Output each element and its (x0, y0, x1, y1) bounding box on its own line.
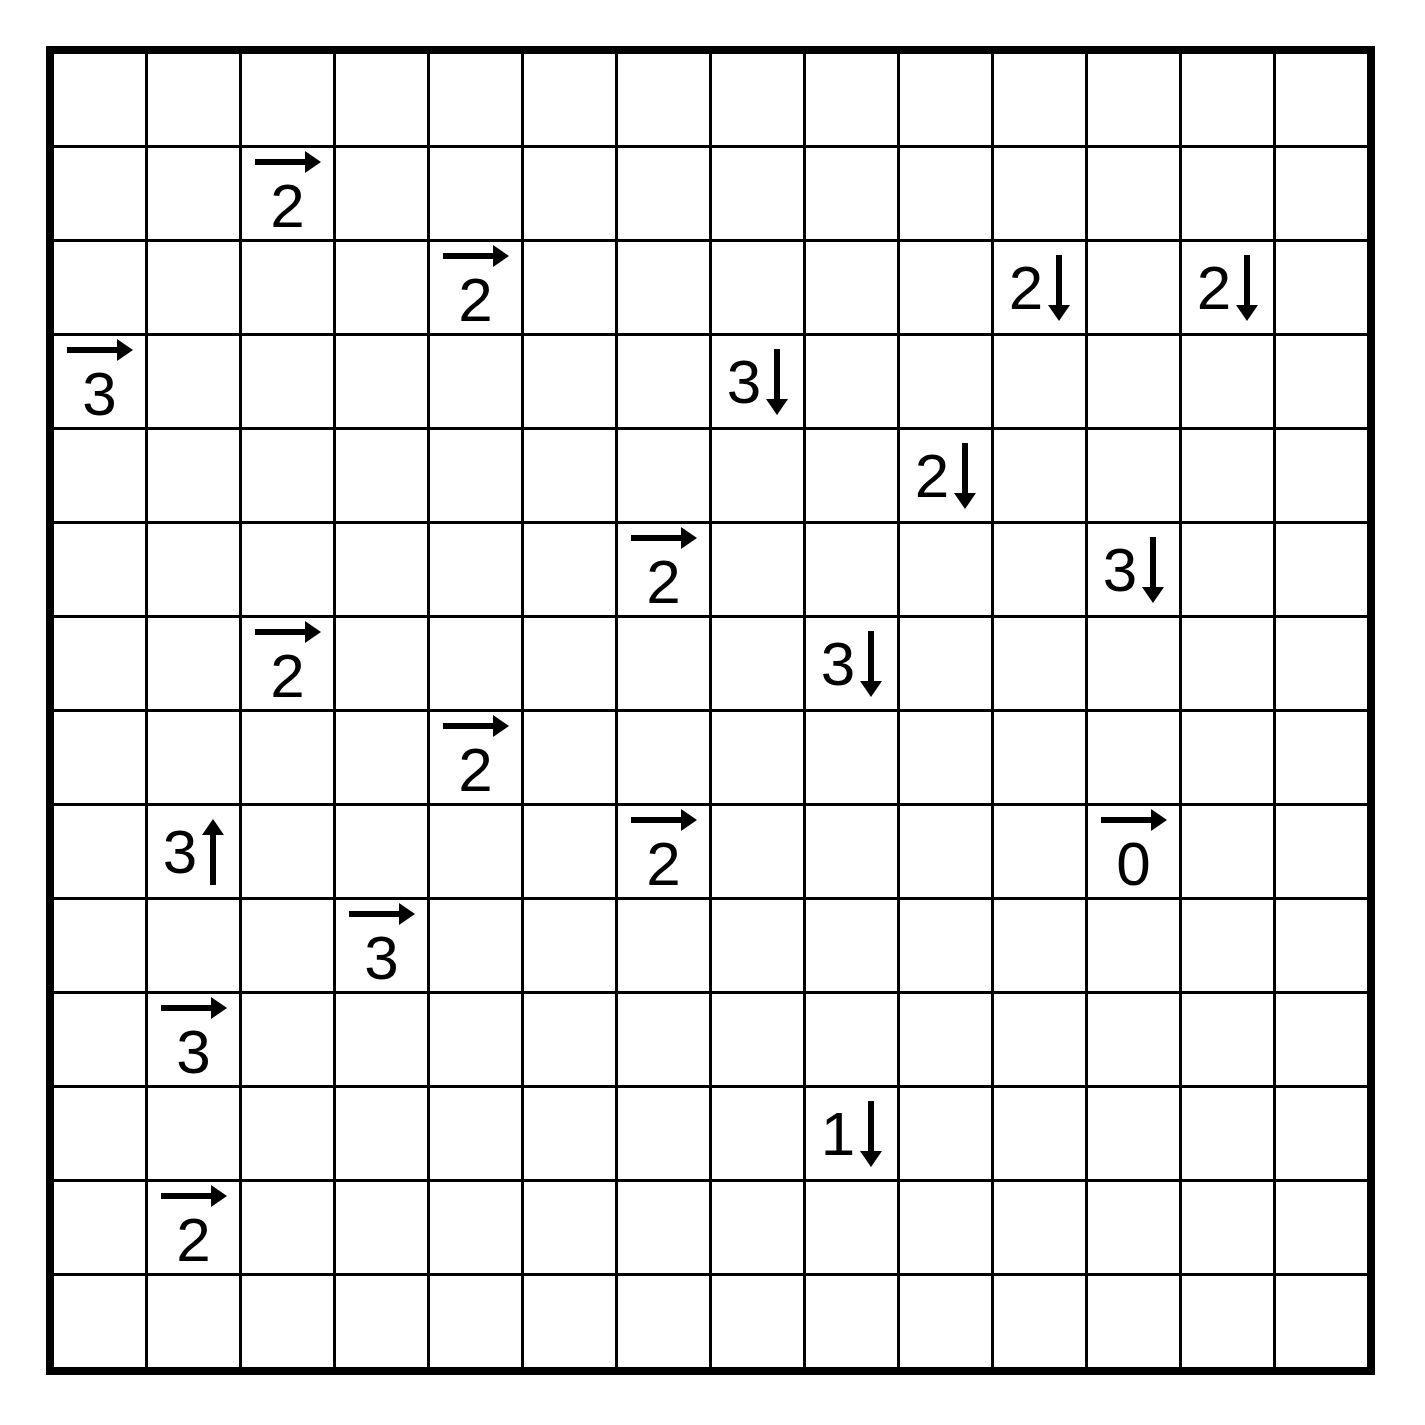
grid-cell[interactable] (54, 242, 145, 333)
grid-cell[interactable] (1182, 1276, 1273, 1367)
clue-number: 2 (915, 445, 949, 507)
grid-cell[interactable] (524, 618, 615, 709)
grid-cell[interactable] (900, 618, 991, 709)
clue-number: 3 (1103, 539, 1137, 601)
grid-cell[interactable] (336, 524, 427, 615)
clue-number: 2 (458, 739, 492, 801)
clue-number: 3 (727, 351, 761, 413)
grid-cell[interactable] (618, 618, 709, 709)
grid-cell[interactable] (900, 1276, 991, 1367)
grid-cell[interactable] (994, 712, 1085, 803)
grid-cell[interactable] (900, 336, 991, 427)
clue-number: 2 (1009, 257, 1043, 319)
grid-cell[interactable] (1276, 712, 1367, 803)
clue-number: 3 (364, 927, 398, 989)
grid-cell[interactable] (712, 242, 803, 333)
clue-cell: 2 (900, 430, 991, 521)
clue-cell: 2 (994, 242, 1085, 333)
grid-cell[interactable] (524, 54, 615, 145)
grid-cell[interactable] (242, 1276, 333, 1367)
grid-cell[interactable] (1276, 336, 1367, 427)
grid-cell[interactable] (712, 806, 803, 897)
clue-cell: 3 (806, 618, 897, 709)
clue-number: 1 (821, 1103, 855, 1165)
grid-cell[interactable] (524, 430, 615, 521)
grid-cell[interactable] (712, 1088, 803, 1179)
page: 2222332232323203312 (0, 0, 1425, 1425)
down-arrow-icon (860, 631, 882, 697)
grid-cell[interactable] (148, 1276, 239, 1367)
right-arrow-icon (255, 151, 321, 173)
grid-cell[interactable] (336, 618, 427, 709)
grid-cell[interactable] (618, 242, 709, 333)
grid-cell[interactable] (148, 618, 239, 709)
grid-cell[interactable] (806, 806, 897, 897)
right-arrow-icon (349, 903, 415, 925)
grid-cell[interactable] (524, 712, 615, 803)
grid-cell[interactable] (1276, 148, 1367, 239)
grid-cell[interactable] (618, 1276, 709, 1367)
grid-cell[interactable] (430, 618, 521, 709)
grid-cell[interactable] (54, 900, 145, 991)
grid-cell[interactable] (994, 54, 1085, 145)
right-arrow-icon (255, 621, 321, 643)
right-arrow-icon (161, 997, 227, 1019)
grid-cell[interactable] (524, 1088, 615, 1179)
grid-cell[interactable] (54, 618, 145, 709)
grid-cell[interactable] (430, 336, 521, 427)
right-arrow-icon (443, 245, 509, 267)
clue-cell: 2 (618, 524, 709, 615)
clue-number: 2 (646, 833, 680, 895)
clue-cell: 3 (712, 336, 803, 427)
grid-cell[interactable] (430, 1276, 521, 1367)
grid-cell[interactable] (994, 1276, 1085, 1367)
grid-cell[interactable] (1182, 994, 1273, 1085)
clue-number: 2 (270, 175, 304, 237)
grid-cell[interactable] (1088, 242, 1179, 333)
grid-cell[interactable] (524, 806, 615, 897)
grid-cell[interactable] (524, 1182, 615, 1273)
grid-cell[interactable] (806, 994, 897, 1085)
grid-cell[interactable] (900, 806, 991, 897)
grid-cell[interactable] (524, 242, 615, 333)
grid-cell[interactable] (54, 806, 145, 897)
grid-cell[interactable] (336, 430, 427, 521)
grid-cell[interactable] (712, 430, 803, 521)
grid-cell[interactable] (712, 900, 803, 991)
grid-cell[interactable] (1182, 900, 1273, 991)
grid-cell[interactable] (806, 242, 897, 333)
grid-cell[interactable] (994, 1182, 1085, 1273)
grid-cell[interactable] (242, 994, 333, 1085)
grid-cell[interactable] (618, 430, 709, 521)
grid-cell[interactable] (430, 900, 521, 991)
grid-cell[interactable] (54, 430, 145, 521)
grid-cell[interactable] (1182, 54, 1273, 145)
grid-cell[interactable] (1088, 1182, 1179, 1273)
grid-cell[interactable] (806, 1182, 897, 1273)
grid-cell[interactable] (1182, 336, 1273, 427)
down-arrow-icon (1048, 255, 1070, 321)
grid-cell[interactable] (242, 524, 333, 615)
grid-cell[interactable] (1088, 712, 1179, 803)
grid-cell[interactable] (994, 148, 1085, 239)
grid-cell[interactable] (1088, 148, 1179, 239)
grid-cell[interactable] (148, 524, 239, 615)
clue-cell: 3 (1088, 524, 1179, 615)
grid-cell[interactable] (712, 54, 803, 145)
grid-cell[interactable] (1182, 524, 1273, 615)
grid-cell[interactable] (242, 1088, 333, 1179)
grid-cell[interactable] (806, 54, 897, 145)
grid-cell[interactable] (524, 336, 615, 427)
grid-cell[interactable] (1088, 336, 1179, 427)
grid-cell[interactable] (806, 430, 897, 521)
down-arrow-icon (860, 1101, 882, 1167)
clue-number: 2 (646, 551, 680, 613)
grid-cell[interactable] (994, 900, 1085, 991)
clue-cell: 3 (336, 900, 427, 991)
grid-cell[interactable] (1182, 712, 1273, 803)
clue-cell: 2 (242, 148, 333, 239)
clue-cell: 3 (54, 336, 145, 427)
grid-cell[interactable] (242, 242, 333, 333)
grid-cell[interactable] (1276, 994, 1367, 1085)
grid-cell[interactable] (900, 242, 991, 333)
grid-cell[interactable] (618, 148, 709, 239)
grid-cell[interactable] (1182, 1182, 1273, 1273)
grid-cell[interactable] (54, 148, 145, 239)
grid-cell[interactable] (1088, 1276, 1179, 1367)
grid-cell[interactable] (1088, 430, 1179, 521)
grid-cell[interactable] (712, 1182, 803, 1273)
clue-number: 2 (270, 645, 304, 707)
grid-cell[interactable] (148, 54, 239, 145)
grid-cell[interactable] (900, 1088, 991, 1179)
grid-cell[interactable] (806, 148, 897, 239)
clue-number: 2 (1197, 257, 1231, 319)
grid-cell[interactable] (148, 336, 239, 427)
grid-cell[interactable] (148, 712, 239, 803)
grid-cell[interactable] (336, 994, 427, 1085)
grid-cell[interactable] (1276, 1088, 1367, 1179)
grid-cell[interactable] (1276, 900, 1367, 991)
grid-cell[interactable] (994, 806, 1085, 897)
clue-cell: 2 (148, 1182, 239, 1273)
grid-cell[interactable] (148, 430, 239, 521)
grid-cell[interactable] (618, 994, 709, 1085)
grid-cell[interactable] (806, 1276, 897, 1367)
grid-cell[interactable] (336, 336, 427, 427)
grid-cell[interactable] (900, 900, 991, 991)
grid-cell[interactable] (148, 242, 239, 333)
grid-cell[interactable] (242, 806, 333, 897)
grid-cell[interactable] (430, 1182, 521, 1273)
clue-number: 3 (82, 363, 116, 425)
grid-cell[interactable] (336, 242, 427, 333)
grid-cell[interactable] (1276, 54, 1367, 145)
grid-cell[interactable] (994, 430, 1085, 521)
grid-cell[interactable] (1182, 430, 1273, 521)
right-arrow-icon (1101, 809, 1167, 831)
right-arrow-icon (631, 809, 697, 831)
clue-cell: 2 (1182, 242, 1273, 333)
grid-cell[interactable] (1088, 618, 1179, 709)
grid-cell[interactable] (430, 148, 521, 239)
grid-cell[interactable] (806, 336, 897, 427)
grid-cell[interactable] (1088, 900, 1179, 991)
grid-cell[interactable] (336, 806, 427, 897)
right-arrow-icon (443, 715, 509, 737)
grid-cell[interactable] (336, 712, 427, 803)
grid-cell[interactable] (900, 148, 991, 239)
grid-cell[interactable] (900, 524, 991, 615)
right-arrow-icon (67, 339, 133, 361)
grid-cell[interactable] (336, 1088, 427, 1179)
puzzle-board: 2222332232323203312 (46, 46, 1375, 1375)
grid-cell[interactable] (994, 618, 1085, 709)
grid-cell[interactable] (148, 148, 239, 239)
grid-cell[interactable] (994, 336, 1085, 427)
grid-cell[interactable] (54, 1276, 145, 1367)
grid-cell[interactable] (242, 900, 333, 991)
grid-cell[interactable] (712, 148, 803, 239)
grid-cell[interactable] (1276, 618, 1367, 709)
down-arrow-icon (1236, 255, 1258, 321)
grid-cell[interactable] (54, 524, 145, 615)
grid-cell[interactable] (1276, 430, 1367, 521)
grid-cell[interactable] (618, 1182, 709, 1273)
grid-cell[interactable] (336, 1182, 427, 1273)
grid-cell[interactable] (712, 1276, 803, 1367)
grid-cell[interactable] (712, 524, 803, 615)
grid-cell[interactable] (900, 994, 991, 1085)
down-arrow-icon (954, 443, 976, 509)
grid-cell[interactable] (900, 1182, 991, 1273)
grid-cell[interactable] (430, 1088, 521, 1179)
grid-cell[interactable] (994, 994, 1085, 1085)
clue-cell: 2 (242, 618, 333, 709)
grid-cell[interactable] (242, 430, 333, 521)
grid-cell[interactable] (1088, 994, 1179, 1085)
grid-cell[interactable] (148, 1088, 239, 1179)
down-arrow-icon (766, 349, 788, 415)
grid-cell[interactable] (54, 1088, 145, 1179)
clue-cell: 3 (148, 806, 239, 897)
grid-cell[interactable] (54, 994, 145, 1085)
grid-cell[interactable] (1088, 54, 1179, 145)
grid-cell[interactable] (1276, 806, 1367, 897)
grid-cell[interactable] (430, 994, 521, 1085)
grid-cell[interactable] (1276, 1182, 1367, 1273)
grid-cell[interactable] (806, 524, 897, 615)
grid-cell[interactable] (430, 54, 521, 145)
clue-number: 2 (176, 1209, 210, 1271)
grid-cell[interactable] (524, 900, 615, 991)
grid-cell[interactable] (1182, 1088, 1273, 1179)
grid-cell[interactable] (524, 524, 615, 615)
clue-number: 3 (821, 633, 855, 695)
grid-cell[interactable] (618, 712, 709, 803)
grid-cell[interactable] (1276, 524, 1367, 615)
grid-cell[interactable] (900, 54, 991, 145)
grid-cell[interactable] (994, 1088, 1085, 1179)
clue-cell: 1 (806, 1088, 897, 1179)
clue-number: 3 (163, 821, 197, 883)
grid-cell[interactable] (336, 1276, 427, 1367)
grid-cell[interactable] (806, 900, 897, 991)
grid-cell[interactable] (994, 524, 1085, 615)
grid-cell[interactable] (336, 148, 427, 239)
grid-cell[interactable] (618, 1088, 709, 1179)
clue-number: 3 (176, 1021, 210, 1083)
grid-cell[interactable] (524, 994, 615, 1085)
up-arrow-icon (202, 819, 224, 885)
down-arrow-icon (1142, 537, 1164, 603)
right-arrow-icon (161, 1185, 227, 1207)
clue-cell: 2 (430, 712, 521, 803)
clue-cell: 0 (1088, 806, 1179, 897)
right-arrow-icon (631, 527, 697, 549)
grid-cell[interactable] (430, 430, 521, 521)
grid-cell[interactable] (712, 994, 803, 1085)
grid-cell[interactable] (430, 524, 521, 615)
grid-cell[interactable] (148, 900, 239, 991)
clue-number: 0 (1116, 833, 1150, 895)
clue-cell: 3 (148, 994, 239, 1085)
grid-cell[interactable] (242, 336, 333, 427)
grid-cell[interactable] (524, 1276, 615, 1367)
grid-cell[interactable] (242, 1182, 333, 1273)
grid-cell[interactable] (806, 712, 897, 803)
grid-cell[interactable] (618, 54, 709, 145)
clue-number: 2 (458, 269, 492, 331)
grid-cell[interactable] (430, 806, 521, 897)
grid-cell[interactable] (54, 712, 145, 803)
grid-cell[interactable] (1276, 1276, 1367, 1367)
grid-cell[interactable] (618, 336, 709, 427)
grid-cell[interactable] (54, 54, 145, 145)
clue-cell: 2 (430, 242, 521, 333)
grid-cell[interactable] (712, 712, 803, 803)
grid-cell[interactable] (1088, 1088, 1179, 1179)
grid-cell[interactable] (1276, 242, 1367, 333)
grid-cell[interactable] (618, 900, 709, 991)
grid-cell[interactable] (242, 712, 333, 803)
grid-cell[interactable] (336, 54, 427, 145)
grid-cell[interactable] (524, 148, 615, 239)
clue-cell: 2 (618, 806, 709, 897)
grid-cell[interactable] (1182, 148, 1273, 239)
grid-cell[interactable] (54, 1182, 145, 1273)
grid-cell[interactable] (900, 712, 991, 803)
grid-cell[interactable] (1182, 618, 1273, 709)
grid-cell[interactable] (712, 618, 803, 709)
grid-cell[interactable] (1182, 806, 1273, 897)
grid-cell[interactable] (242, 54, 333, 145)
